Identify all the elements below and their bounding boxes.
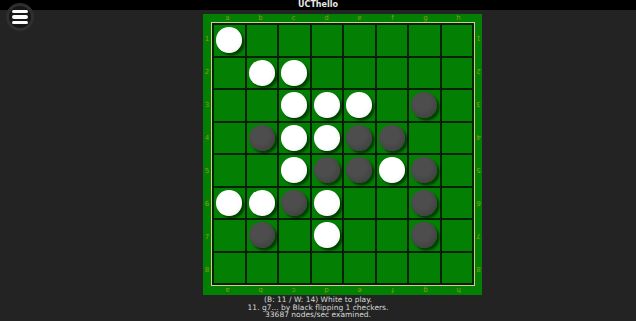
file-label-h: h — [442, 14, 475, 22]
file-labels-bottom: abcdefgh — [211, 286, 475, 295]
rank-label-2: 2 — [203, 55, 211, 88]
hamburger-bar — [12, 10, 28, 14]
cell-d5[interactable] — [312, 155, 343, 186]
cell-h1[interactable] — [442, 25, 473, 56]
rank-label-5: 5 — [475, 154, 482, 187]
file-label-c: c — [277, 14, 310, 22]
cell-h8[interactable] — [442, 253, 473, 284]
file-label-a: a — [211, 14, 244, 22]
black-disc — [281, 190, 307, 216]
file-label-f: f — [376, 14, 409, 22]
menu-button[interactable] — [6, 3, 34, 31]
cell-c1[interactable] — [279, 25, 310, 56]
cell-b3[interactable] — [247, 90, 278, 121]
cell-a2[interactable] — [214, 58, 245, 89]
cell-c6[interactable] — [279, 188, 310, 219]
cell-f1[interactable] — [377, 25, 408, 56]
rank-label-1: 1 — [203, 22, 211, 55]
black-disc — [249, 125, 275, 151]
white-disc — [281, 92, 307, 118]
cell-c7[interactable] — [279, 220, 310, 251]
white-disc — [346, 92, 372, 118]
status-area: (B: 11 / W: 14) White to play. 11. g7...… — [0, 296, 636, 319]
white-disc — [216, 27, 242, 53]
white-disc — [379, 157, 405, 183]
cell-e7[interactable] — [344, 220, 375, 251]
cell-b4[interactable] — [247, 123, 278, 154]
rank-label-7: 7 — [475, 220, 482, 253]
hamburger-menu-icon — [12, 10, 28, 25]
white-disc — [281, 60, 307, 86]
black-disc — [314, 157, 340, 183]
white-disc — [281, 125, 307, 151]
cell-e3[interactable] — [344, 90, 375, 121]
white-disc — [281, 157, 307, 183]
cell-d2[interactable] — [312, 58, 343, 89]
cell-c5[interactable] — [279, 155, 310, 186]
app-title: UCThello — [298, 0, 338, 9]
rank-label-7: 7 — [203, 220, 211, 253]
cell-b5[interactable] — [247, 155, 278, 186]
white-disc — [314, 190, 340, 216]
file-label-g: g — [409, 286, 442, 295]
rank-labels-left: 12345678 — [203, 22, 211, 286]
rank-label-4: 4 — [475, 121, 482, 154]
black-disc — [411, 92, 437, 118]
rank-label-4: 4 — [203, 121, 211, 154]
rank-label-6: 6 — [203, 187, 211, 220]
cell-e4[interactable] — [344, 123, 375, 154]
cell-d1[interactable] — [312, 25, 343, 56]
cell-g5[interactable] — [409, 155, 440, 186]
cell-c4[interactable] — [279, 123, 310, 154]
hamburger-bar — [12, 21, 28, 25]
black-disc — [346, 157, 372, 183]
cell-h3[interactable] — [442, 90, 473, 121]
cell-d6[interactable] — [312, 188, 343, 219]
status-nodes-line: 33687 nodes/sec examined. — [0, 311, 636, 319]
cell-f3[interactable] — [377, 90, 408, 121]
cell-e8[interactable] — [344, 253, 375, 284]
cell-a6[interactable] — [214, 188, 245, 219]
cell-d8[interactable] — [312, 253, 343, 284]
file-label-f: f — [376, 286, 409, 295]
black-disc — [411, 222, 437, 248]
black-disc — [249, 222, 275, 248]
cell-a3[interactable] — [214, 90, 245, 121]
hamburger-bar — [12, 15, 28, 19]
rank-labels-right: 12345678 — [475, 22, 482, 286]
cell-g7[interactable] — [409, 220, 440, 251]
white-disc — [216, 190, 242, 216]
cell-e1[interactable] — [344, 25, 375, 56]
cell-a5[interactable] — [214, 155, 245, 186]
file-label-h: h — [442, 286, 475, 295]
file-label-b: b — [244, 14, 277, 22]
cell-h5[interactable] — [442, 155, 473, 186]
cell-c2[interactable] — [279, 58, 310, 89]
rank-label-8: 8 — [475, 253, 482, 286]
cell-g2[interactable] — [409, 58, 440, 89]
cell-f7[interactable] — [377, 220, 408, 251]
white-disc — [249, 190, 275, 216]
file-label-e: e — [343, 286, 376, 295]
white-disc — [314, 125, 340, 151]
app-root: { "app": { "title": "UCThello" }, "menu"… — [0, 0, 636, 321]
black-disc — [346, 125, 372, 151]
black-disc — [411, 190, 437, 216]
cell-d4[interactable] — [312, 123, 343, 154]
cell-f4[interactable] — [377, 123, 408, 154]
cell-b7[interactable] — [247, 220, 278, 251]
cell-g4[interactable] — [409, 123, 440, 154]
white-disc — [314, 92, 340, 118]
cell-a4[interactable] — [214, 123, 245, 154]
rank-label-3: 3 — [203, 88, 211, 121]
cell-f8[interactable] — [377, 253, 408, 284]
cell-e5[interactable] — [344, 155, 375, 186]
rank-label-6: 6 — [475, 187, 482, 220]
cell-g6[interactable] — [409, 188, 440, 219]
cell-c8[interactable] — [279, 253, 310, 284]
cell-f6[interactable] — [377, 188, 408, 219]
file-label-c: c — [277, 286, 310, 295]
cell-b6[interactable] — [247, 188, 278, 219]
white-disc — [249, 60, 275, 86]
cell-g1[interactable] — [409, 25, 440, 56]
file-label-e: e — [343, 14, 376, 22]
cell-a8[interactable] — [214, 253, 245, 284]
rank-label-1: 1 — [475, 22, 482, 55]
cell-d7[interactable] — [312, 220, 343, 251]
cell-a7[interactable] — [214, 220, 245, 251]
file-label-a: a — [211, 286, 244, 295]
cell-b8[interactable] — [247, 253, 278, 284]
rank-label-8: 8 — [203, 253, 211, 286]
cell-e2[interactable] — [344, 58, 375, 89]
cell-h6[interactable] — [442, 188, 473, 219]
cell-c3[interactable] — [279, 90, 310, 121]
white-disc — [314, 222, 340, 248]
black-disc — [411, 157, 437, 183]
cell-h4[interactable] — [442, 123, 473, 154]
cell-b1[interactable] — [247, 25, 278, 56]
board-grid — [211, 22, 475, 286]
cell-a1[interactable] — [214, 25, 245, 56]
rank-label-3: 3 — [475, 88, 482, 121]
file-label-d: d — [310, 286, 343, 295]
file-label-d: d — [310, 14, 343, 22]
file-label-b: b — [244, 286, 277, 295]
cell-e6[interactable] — [344, 188, 375, 219]
rank-label-5: 5 — [203, 154, 211, 187]
cell-f2[interactable] — [377, 58, 408, 89]
cell-g8[interactable] — [409, 253, 440, 284]
cell-h7[interactable] — [442, 220, 473, 251]
cell-f5[interactable] — [377, 155, 408, 186]
black-disc — [379, 125, 405, 151]
title-bar: UCThello — [0, 0, 636, 10]
file-label-g: g — [409, 14, 442, 22]
board: abcdefgh abcdefgh 12345678 12345678 — [203, 14, 482, 295]
file-labels-top: abcdefgh — [211, 14, 475, 22]
cell-d3[interactable] — [312, 90, 343, 121]
rank-label-2: 2 — [475, 55, 482, 88]
cell-g3[interactable] — [409, 90, 440, 121]
cell-h2[interactable] — [442, 58, 473, 89]
cell-b2[interactable] — [247, 58, 278, 89]
